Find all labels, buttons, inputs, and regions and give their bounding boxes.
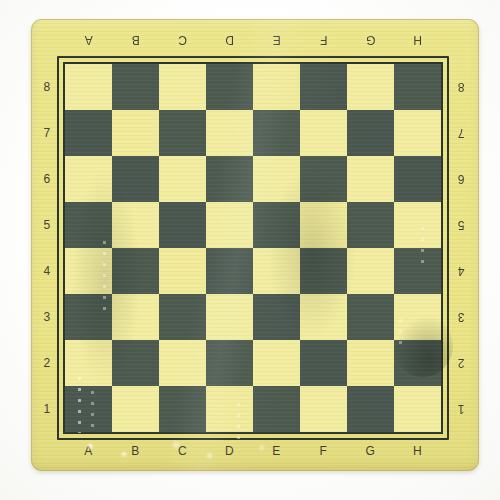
file-label: E: [253, 27, 300, 53]
file-labels-top: ABCDEFGH: [65, 27, 441, 53]
square-f2: [300, 340, 347, 386]
square-h7: [394, 110, 441, 156]
square-g5: [347, 202, 394, 248]
square-a7: [65, 110, 112, 156]
file-label: H: [394, 27, 441, 53]
square-c1: [159, 386, 206, 432]
square-a2: [65, 340, 112, 386]
square-b7: [112, 110, 159, 156]
square-a4: [65, 248, 112, 294]
square-d4: [206, 248, 253, 294]
square-d5: [206, 202, 253, 248]
square-g1: [347, 386, 394, 432]
square-h3: [394, 294, 441, 340]
square-h4: [394, 248, 441, 294]
file-label: C: [159, 438, 206, 464]
file-label: D: [206, 438, 253, 464]
square-b8: [112, 64, 159, 110]
square-h5: [394, 202, 441, 248]
photo-background: ABCDEFGH ABCDEFGH 87654321 87654321: [0, 0, 500, 500]
square-b3: [112, 294, 159, 340]
square-e6: [253, 156, 300, 202]
square-a3: [65, 294, 112, 340]
file-label: F: [300, 438, 347, 464]
square-e2: [253, 340, 300, 386]
square-g3: [347, 294, 394, 340]
square-f1: [300, 386, 347, 432]
file-label: C: [159, 27, 206, 53]
square-f6: [300, 156, 347, 202]
square-e5: [253, 202, 300, 248]
square-b4: [112, 248, 159, 294]
square-h8: [394, 64, 441, 110]
file-label: F: [300, 27, 347, 53]
file-label: G: [347, 438, 394, 464]
chessboard: ABCDEFGH ABCDEFGH 87654321 87654321: [31, 19, 479, 471]
square-a1: [65, 386, 112, 432]
square-h1: [394, 386, 441, 432]
square-e4: [253, 248, 300, 294]
file-label: G: [347, 27, 394, 53]
file-label: H: [394, 438, 441, 464]
square-f4: [300, 248, 347, 294]
square-h2: [394, 340, 441, 386]
square-f3: [300, 294, 347, 340]
square-c2: [159, 340, 206, 386]
square-a6: [65, 156, 112, 202]
file-label: A: [65, 27, 112, 53]
square-f7: [300, 110, 347, 156]
square-g8: [347, 64, 394, 110]
square-g6: [347, 156, 394, 202]
square-d1: [206, 386, 253, 432]
square-d8: [206, 64, 253, 110]
square-d2: [206, 340, 253, 386]
file-label: E: [253, 438, 300, 464]
square-b6: [112, 156, 159, 202]
square-b1: [112, 386, 159, 432]
square-h6: [394, 156, 441, 202]
square-g2: [347, 340, 394, 386]
square-d3: [206, 294, 253, 340]
square-b5: [112, 202, 159, 248]
square-c7: [159, 110, 206, 156]
square-c8: [159, 64, 206, 110]
square-a5: [65, 202, 112, 248]
square-g7: [347, 110, 394, 156]
square-e7: [253, 110, 300, 156]
square-b2: [112, 340, 159, 386]
square-d7: [206, 110, 253, 156]
square-e8: [253, 64, 300, 110]
square-a8: [65, 64, 112, 110]
square-e1: [253, 386, 300, 432]
square-f5: [300, 202, 347, 248]
square-g4: [347, 248, 394, 294]
file-labels-bottom: ABCDEFGH: [65, 438, 441, 464]
square-f8: [300, 64, 347, 110]
file-label: A: [65, 438, 112, 464]
square-c6: [159, 156, 206, 202]
file-label: B: [112, 438, 159, 464]
file-label: B: [112, 27, 159, 53]
square-e3: [253, 294, 300, 340]
file-label: D: [206, 27, 253, 53]
square-c5: [159, 202, 206, 248]
square-c4: [159, 248, 206, 294]
square-c3: [159, 294, 206, 340]
square-d6: [206, 156, 253, 202]
board-grid: [63, 62, 443, 434]
